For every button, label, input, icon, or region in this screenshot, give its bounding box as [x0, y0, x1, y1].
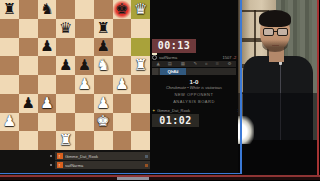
glasses-left-lens: [263, 28, 274, 36]
square-a2[interactable]: ♟: [0, 113, 19, 132]
square-g1[interactable]: [113, 131, 132, 150]
red-selection-border-vertical[interactable]: [317, 0, 319, 176]
piece-white-pawn[interactable]: ♟: [3, 114, 16, 129]
square-h3[interactable]: [131, 94, 150, 113]
analysis-board-button[interactable]: ANALYSIS BOARD: [152, 97, 236, 103]
move-number-box: [152, 68, 158, 75]
square-a1[interactable]: [0, 131, 19, 150]
bottom-player-clock: 01:02: [152, 114, 199, 128]
settings-icon[interactable]: ⚙: [228, 62, 232, 66]
piece-black-queen[interactable]: ♛: [59, 21, 72, 36]
piece-white-rook[interactable]: ♜: [134, 58, 147, 73]
piece-white-pawn[interactable]: ♟: [40, 96, 53, 111]
square-h5[interactable]: ♜: [131, 56, 150, 75]
square-d2[interactable]: [56, 113, 75, 132]
share-icon[interactable]: ⌗: [205, 62, 207, 66]
row-status-icon: [145, 155, 148, 158]
piece-white-pawn[interactable]: ♟: [78, 77, 91, 92]
stream-canvas: ♜♞♚♛♛♜♟♟♟♟♞♜♟♟♟♟♟♟♚♜ !Gimme_Dat_Rook!sai…: [0, 0, 320, 180]
stream-player-row[interactable]: !saifNarma: [55, 161, 150, 169]
square-e2[interactable]: [75, 113, 94, 132]
square-g3[interactable]: [113, 94, 132, 113]
piece-black-pawn[interactable]: ♟: [78, 58, 91, 73]
blue-selection-border-vertical[interactable]: [240, 0, 242, 174]
stream-player-list: !Gimme_Dat_Rook!saifNarma: [0, 150, 150, 175]
bottom-player-line: ✦ Gimme_Dat_Rook 1753 +2: [152, 107, 236, 113]
top-player-name[interactable]: saifNarma: [159, 55, 177, 60]
piece-black-pawn[interactable]: ♟: [96, 39, 109, 54]
piece-white-pawn[interactable]: ♟: [115, 77, 128, 92]
move-list[interactable]: Qh8#: [152, 68, 236, 75]
square-f5[interactable]: ♞: [94, 56, 113, 75]
piece-black-pawn[interactable]: ♟: [59, 58, 72, 73]
top-player-rating: 1507 -2: [222, 55, 236, 60]
board-menu-icon[interactable]: ▤: [168, 62, 172, 66]
square-a6[interactable]: [0, 38, 19, 57]
square-b5[interactable]: [19, 56, 38, 75]
square-c2[interactable]: [38, 113, 57, 132]
square-d7[interactable]: ♛: [56, 19, 75, 38]
analysis-toolbar: ▲▤▦✎⌗≡⚙: [152, 61, 236, 68]
streamer-badge-icon: !: [57, 153, 63, 159]
piece-white-rook[interactable]: ♜: [59, 133, 72, 148]
list-bullet: [50, 155, 52, 157]
glasses-bridge: [273, 31, 278, 32]
piece-black-pawn[interactable]: ♟: [40, 39, 53, 54]
row-status-icon: [145, 164, 148, 167]
square-h8[interactable]: ♛: [131, 0, 150, 19]
piece-white-knight[interactable]: ♞: [96, 58, 109, 73]
bottom-edge-strip: [0, 177, 320, 181]
stream-player-row[interactable]: !Gimme_Dat_Rook: [55, 152, 150, 160]
square-f8[interactable]: [94, 0, 113, 19]
piece-white-pawn[interactable]: ♟: [96, 96, 109, 111]
streamer-badge-icon: !: [57, 162, 63, 168]
piece-black-king[interactable]: ♚: [115, 2, 128, 17]
streamer-beard: [262, 36, 288, 52]
square-d8[interactable]: [56, 0, 75, 19]
flip-board-icon[interactable]: ▲: [156, 62, 159, 66]
webcam-view: [238, 0, 318, 175]
square-c3[interactable]: ♟: [38, 94, 57, 113]
chess-board[interactable]: ♜♞♚♛♛♜♟♟♟♟♞♜♟♟♟♟♟♟♚♜: [0, 0, 150, 150]
streamer-hair: [259, 10, 291, 27]
square-c4[interactable]: [38, 75, 57, 94]
square-g8[interactable]: ♚: [113, 0, 132, 19]
piece-black-rook[interactable]: ♜: [96, 21, 109, 36]
square-e6[interactable]: [75, 38, 94, 57]
piece-black-rook[interactable]: ♜: [3, 2, 16, 17]
square-e7[interactable]: [75, 19, 94, 38]
square-c8[interactable]: ♞: [38, 0, 57, 19]
webcam-bottom-black: [238, 140, 318, 175]
glasses-right-lens: [277, 28, 288, 36]
square-a3[interactable]: [0, 94, 19, 113]
square-f2[interactable]: ♚: [94, 113, 113, 132]
notes-icon[interactable]: ✎: [194, 62, 198, 66]
lichess-side-panel: 00:13 saifNarma 1507 -2 ▲▤▦✎⌗≡⚙ Qh8# 1-0…: [150, 0, 238, 180]
square-a7[interactable]: [0, 19, 19, 38]
piece-black-knight[interactable]: ♞: [40, 2, 53, 17]
square-c5[interactable]: [38, 56, 57, 75]
square-b1[interactable]: [19, 131, 38, 150]
square-e4[interactable]: ♟: [75, 75, 94, 94]
top-player-clock: 00:13: [152, 39, 196, 53]
square-a4[interactable]: [0, 75, 19, 94]
square-b4[interactable]: [19, 75, 38, 94]
square-d5[interactable]: ♟: [56, 56, 75, 75]
analysis-icon[interactable]: ▦: [181, 62, 185, 66]
square-a8[interactable]: ♜: [0, 0, 19, 19]
square-g6[interactable]: [113, 38, 132, 57]
online-status-icon: [152, 55, 157, 60]
square-d4[interactable]: [56, 75, 75, 94]
square-h2[interactable]: [131, 113, 150, 132]
list-icon[interactable]: ≡: [216, 62, 220, 66]
square-e8[interactable]: [75, 0, 94, 19]
star-icon: ✦: [152, 108, 155, 113]
square-e5[interactable]: ♟: [75, 56, 94, 75]
square-b3[interactable]: ♟: [19, 94, 38, 113]
square-g4[interactable]: ♟: [113, 75, 132, 94]
game-result: 1-0: [152, 76, 236, 82]
taskbar-fragment: [117, 177, 149, 181]
new-opponent-button[interactable]: NEW OPPONENT: [152, 90, 236, 96]
stream-player-name[interactable]: saifNarma: [65, 163, 83, 168]
square-e3[interactable]: [75, 94, 94, 113]
square-b7[interactable]: [19, 19, 38, 38]
streamer-mouth: [272, 45, 279, 46]
square-h7[interactable]: [131, 19, 150, 38]
square-h6[interactable]: [131, 38, 150, 57]
piece-white-queen[interactable]: ♛: [134, 2, 147, 17]
square-b8[interactable]: [19, 0, 38, 19]
square-b2[interactable]: [19, 113, 38, 132]
square-f6[interactable]: ♟: [94, 38, 113, 57]
square-g7[interactable]: [113, 19, 132, 38]
square-c1[interactable]: [38, 131, 57, 150]
square-h1[interactable]: [131, 131, 150, 150]
square-f1[interactable]: [94, 131, 113, 150]
square-g2[interactable]: [113, 113, 132, 132]
square-b6[interactable]: [19, 38, 38, 57]
current-move[interactable]: Qh8#: [160, 68, 186, 75]
square-g5[interactable]: [113, 56, 132, 75]
square-c7[interactable]: [38, 19, 57, 38]
piece-black-pawn[interactable]: ♟: [21, 96, 34, 111]
square-f4[interactable]: [94, 75, 113, 94]
square-f7[interactable]: ♜: [94, 19, 113, 38]
square-a5[interactable]: [0, 56, 19, 75]
bottom-player-name[interactable]: Gimme_Dat_Rook: [157, 108, 190, 113]
square-d6[interactable]: [56, 38, 75, 57]
game-status-text: Checkmate • White is victorious: [152, 83, 236, 89]
piece-white-king[interactable]: ♚: [96, 114, 109, 129]
stream-player-name[interactable]: Gimme_Dat_Rook: [65, 154, 98, 159]
square-d3[interactable]: [56, 94, 75, 113]
square-d1[interactable]: ♜: [56, 131, 75, 150]
square-c6[interactable]: ♟: [38, 38, 57, 57]
square-e1[interactable]: [75, 131, 94, 150]
list-bullet: [50, 164, 52, 166]
square-f3[interactable]: ♟: [94, 94, 113, 113]
